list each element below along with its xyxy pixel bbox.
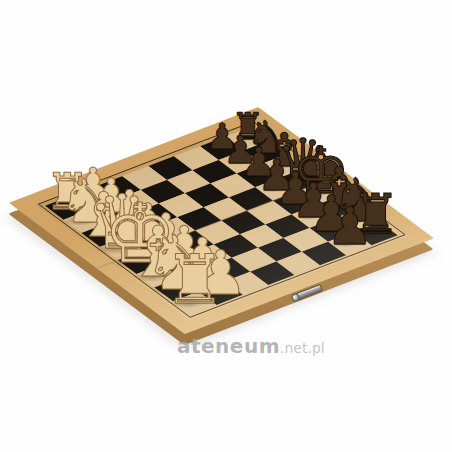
pieces-layer: ♜♞♝♛♚♝♞♜♟♟♟♟♟♟♟♟♟♟♟♟♟♟♟♟♜♞♝♛♚♝♞♜: [0, 0, 452, 452]
watermark-suffix: .net.pl: [280, 340, 325, 356]
white-rook-h1[interactable]: ♜: [164, 246, 225, 314]
black-pawn-h7[interactable]: ♟: [326, 200, 373, 252]
product-photo-scene: ♜♞♝♛♚♝♞♜♟♟♟♟♟♟♟♟♟♟♟♟♟♟♟♟♜♞♝♛♚♝♞♜ ateneum…: [0, 0, 452, 452]
